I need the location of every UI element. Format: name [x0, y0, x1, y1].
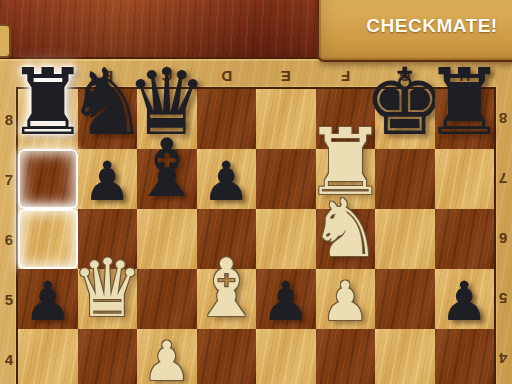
chess-app-screen: ABCDEFGH 87654 87654 ♜♞♛♚♜♟♝♟♜♞♟♛♝♟♟♟♟ C…	[0, 0, 512, 384]
piece-black-bishop-c7[interactable]: ♝	[131, 129, 203, 209]
square-d5[interactable]: ♝	[197, 269, 257, 329]
piece-white-queen-b5[interactable]: ♛	[71, 249, 143, 329]
file-label-e: E	[256, 64, 316, 88]
square-c5[interactable]	[137, 269, 197, 329]
square-d8[interactable]	[197, 89, 257, 149]
chess-board: ♜♞♛♚♜♟♝♟♜♞♟♛♝♟♟♟♟	[18, 89, 494, 384]
piece-white-pawn-f5[interactable]: ♟	[321, 275, 369, 329]
square-h8[interactable]: ♜	[435, 89, 495, 149]
square-e4[interactable]	[256, 329, 316, 384]
square-h4[interactable]	[435, 329, 495, 384]
square-e5[interactable]: ♟	[256, 269, 316, 329]
square-g5[interactable]	[375, 269, 435, 329]
square-h7[interactable]	[435, 149, 495, 209]
square-h5[interactable]: ♟	[435, 269, 495, 329]
piece-white-pawn-c4[interactable]: ♟	[143, 335, 191, 384]
piece-black-pawn-d7[interactable]: ♟	[202, 155, 250, 209]
square-b4[interactable]	[78, 329, 138, 384]
rank-label-5-right: 5	[494, 269, 512, 329]
rank-label-4-right: 4	[494, 329, 512, 384]
piece-black-rook-h8[interactable]: ♜	[423, 57, 505, 149]
square-f6[interactable]: ♞	[316, 209, 376, 269]
piece-white-bishop-d5[interactable]: ♝	[190, 249, 262, 329]
square-d7[interactable]: ♟	[197, 149, 257, 209]
left-edge-plaque	[0, 24, 11, 58]
square-c7[interactable]: ♝	[137, 149, 197, 209]
piece-black-pawn-a5[interactable]: ♟	[24, 275, 72, 329]
piece-black-pawn-h5[interactable]: ♟	[440, 275, 488, 329]
rank-label-5-left: 5	[0, 269, 18, 329]
rank-label-6-left: 6	[0, 209, 18, 269]
square-d4[interactable]	[197, 329, 257, 384]
square-g7[interactable]	[375, 149, 435, 209]
piece-black-pawn-b7[interactable]: ♟	[83, 155, 131, 209]
square-a4[interactable]	[18, 329, 78, 384]
square-c4[interactable]: ♟	[137, 329, 197, 384]
square-h6[interactable]	[435, 209, 495, 269]
square-a5[interactable]: ♟	[18, 269, 78, 329]
square-b5[interactable]: ♛	[78, 269, 138, 329]
piece-black-pawn-e5[interactable]: ♟	[262, 275, 310, 329]
square-c6[interactable]	[137, 209, 197, 269]
rank-label-7-left: 7	[0, 149, 18, 209]
rank-label-7-right: 7	[494, 149, 512, 209]
square-f5[interactable]: ♟	[316, 269, 376, 329]
square-a6[interactable]	[18, 209, 78, 269]
rank-label-6-right: 6	[494, 209, 512, 269]
checkmate-banner: CHECKMATE!	[317, 0, 512, 62]
square-g4[interactable]	[375, 329, 435, 384]
square-a7[interactable]	[18, 149, 78, 209]
square-e6[interactable]	[256, 209, 316, 269]
checkmate-banner-text: CHECKMATE!	[366, 15, 497, 37]
piece-white-knight-f6[interactable]: ♞	[309, 189, 381, 269]
square-f4[interactable]	[316, 329, 376, 384]
rank-label-4-left: 4	[0, 329, 18, 384]
square-g6[interactable]	[375, 209, 435, 269]
square-b7[interactable]: ♟	[78, 149, 138, 209]
